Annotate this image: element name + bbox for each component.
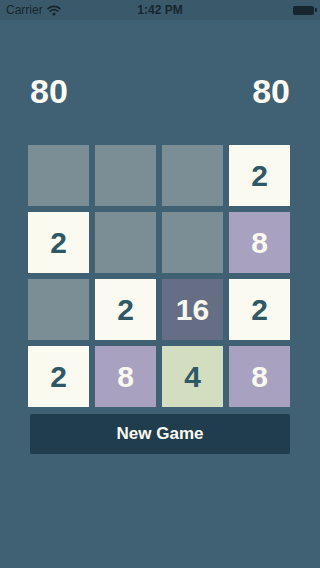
tile-r2c1-2: 2 (28, 212, 89, 273)
battery-area (293, 6, 314, 15)
tile-r4c2-8: 8 (95, 346, 156, 407)
tile-r4c4-8: 8 (229, 346, 290, 407)
carrier-area: Carrier (6, 3, 61, 17)
cell-r1c2-empty (95, 145, 156, 206)
game-board[interactable]: 22821622848 (28, 145, 290, 407)
score-row: 80 80 (30, 72, 290, 110)
status-bar: Carrier 1:42 PM (0, 0, 320, 20)
carrier-label: Carrier (6, 3, 43, 17)
tile-r2c4-8: 8 (229, 212, 290, 273)
tile-r3c3-16: 16 (162, 279, 223, 340)
cell-r1c1-empty (28, 145, 89, 206)
cell-r3c1-empty (28, 279, 89, 340)
tile-r4c3-4: 4 (162, 346, 223, 407)
battery-icon (293, 6, 314, 15)
cell-r1c3-empty (162, 145, 223, 206)
tile-r1c4-2: 2 (229, 145, 290, 206)
cell-r2c3-empty (162, 212, 223, 273)
cell-r2c2-empty (95, 212, 156, 273)
tile-r3c4-2: 2 (229, 279, 290, 340)
new-game-button[interactable]: New Game (30, 414, 290, 454)
tile-r3c2-2: 2 (95, 279, 156, 340)
tile-r4c1-2: 2 (28, 346, 89, 407)
score-left: 80 (30, 72, 68, 110)
app-screen: { "game": "2048 (4x4 sliding-tile puzzle… (0, 0, 320, 568)
score-right: 80 (252, 72, 290, 110)
wifi-icon (47, 5, 61, 16)
